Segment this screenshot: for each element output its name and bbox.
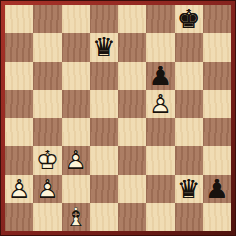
square-h2[interactable]: ♟♟ bbox=[203, 175, 231, 203]
white-pawn[interactable]: ♟♙ bbox=[5, 175, 33, 203]
square-c7[interactable] bbox=[62, 33, 90, 61]
square-g4[interactable] bbox=[175, 118, 203, 146]
square-h6[interactable] bbox=[203, 62, 231, 90]
square-f4[interactable] bbox=[146, 118, 174, 146]
pawn-glyph-outline: ♙ bbox=[36, 176, 59, 202]
white-pawn[interactable]: ♟♙ bbox=[62, 146, 90, 174]
square-a5[interactable] bbox=[5, 90, 33, 118]
king-glyph-outline: ♚ bbox=[177, 6, 200, 32]
square-d2[interactable] bbox=[90, 175, 118, 203]
square-h1[interactable] bbox=[203, 203, 231, 231]
square-h3[interactable] bbox=[203, 146, 231, 174]
white-king[interactable]: ♚♔ bbox=[33, 146, 61, 174]
square-f2[interactable] bbox=[146, 175, 174, 203]
square-a4[interactable] bbox=[5, 118, 33, 146]
bishop-glyph-outline: ♗ bbox=[64, 204, 87, 230]
square-b8[interactable] bbox=[33, 5, 61, 33]
square-b2[interactable]: ♟♙ bbox=[33, 175, 61, 203]
square-a3[interactable] bbox=[5, 146, 33, 174]
square-a2[interactable]: ♟♙ bbox=[5, 175, 33, 203]
square-d4[interactable] bbox=[90, 118, 118, 146]
square-b6[interactable] bbox=[33, 62, 61, 90]
square-e3[interactable] bbox=[118, 146, 146, 174]
square-c1[interactable]: ♝♗ bbox=[62, 203, 90, 231]
square-c2[interactable] bbox=[62, 175, 90, 203]
square-e6[interactable] bbox=[118, 62, 146, 90]
square-e5[interactable] bbox=[118, 90, 146, 118]
queen-glyph-outline: ♛ bbox=[177, 176, 200, 202]
square-b4[interactable] bbox=[33, 118, 61, 146]
square-d1[interactable] bbox=[90, 203, 118, 231]
square-d6[interactable] bbox=[90, 62, 118, 90]
square-g8[interactable]: ♚♚ bbox=[175, 5, 203, 33]
square-e4[interactable] bbox=[118, 118, 146, 146]
square-g5[interactable] bbox=[175, 90, 203, 118]
square-h4[interactable] bbox=[203, 118, 231, 146]
square-f5[interactable]: ♟♙ bbox=[146, 90, 174, 118]
square-a1[interactable] bbox=[5, 203, 33, 231]
square-c4[interactable] bbox=[62, 118, 90, 146]
square-e1[interactable] bbox=[118, 203, 146, 231]
pawn-glyph-outline: ♙ bbox=[7, 176, 30, 202]
square-d3[interactable] bbox=[90, 146, 118, 174]
black-king[interactable]: ♚♚ bbox=[175, 5, 203, 33]
board-frame: ♚♚♛♛♟♟♟♙♚♔♟♙♟♙♟♙♛♛♟♟♝♗ bbox=[0, 0, 236, 236]
white-bishop[interactable]: ♝♗ bbox=[62, 203, 90, 231]
square-b1[interactable] bbox=[33, 203, 61, 231]
square-g7[interactable] bbox=[175, 33, 203, 61]
white-pawn[interactable]: ♟♙ bbox=[33, 175, 61, 203]
chess-board: ♚♚♛♛♟♟♟♙♚♔♟♙♟♙♟♙♛♛♟♟♝♗ bbox=[5, 5, 231, 231]
square-c6[interactable] bbox=[62, 62, 90, 90]
square-e8[interactable] bbox=[118, 5, 146, 33]
square-a7[interactable] bbox=[5, 33, 33, 61]
pawn-glyph-outline: ♟ bbox=[205, 176, 228, 202]
square-d8[interactable] bbox=[90, 5, 118, 33]
queen-glyph-outline: ♛ bbox=[92, 34, 115, 60]
square-g6[interactable] bbox=[175, 62, 203, 90]
pawn-glyph-outline: ♙ bbox=[149, 91, 172, 117]
black-pawn[interactable]: ♟♟ bbox=[203, 175, 231, 203]
square-g2[interactable]: ♛♛ bbox=[175, 175, 203, 203]
square-g3[interactable] bbox=[175, 146, 203, 174]
white-pawn[interactable]: ♟♙ bbox=[146, 90, 174, 118]
square-c8[interactable] bbox=[62, 5, 90, 33]
square-c3[interactable]: ♟♙ bbox=[62, 146, 90, 174]
black-queen[interactable]: ♛♛ bbox=[90, 33, 118, 61]
square-a6[interactable] bbox=[5, 62, 33, 90]
square-g1[interactable] bbox=[175, 203, 203, 231]
square-b7[interactable] bbox=[33, 33, 61, 61]
square-h8[interactable] bbox=[203, 5, 231, 33]
square-c5[interactable] bbox=[62, 90, 90, 118]
pawn-glyph-outline: ♟ bbox=[149, 63, 172, 89]
square-b3[interactable]: ♚♔ bbox=[33, 146, 61, 174]
square-d5[interactable] bbox=[90, 90, 118, 118]
black-queen[interactable]: ♛♛ bbox=[175, 175, 203, 203]
square-f7[interactable] bbox=[146, 33, 174, 61]
square-d7[interactable]: ♛♛ bbox=[90, 33, 118, 61]
square-f6[interactable]: ♟♟ bbox=[146, 62, 174, 90]
square-e7[interactable] bbox=[118, 33, 146, 61]
square-h5[interactable] bbox=[203, 90, 231, 118]
pawn-glyph-outline: ♙ bbox=[64, 147, 87, 173]
king-glyph-outline: ♔ bbox=[36, 147, 59, 173]
square-f3[interactable] bbox=[146, 146, 174, 174]
square-a8[interactable] bbox=[5, 5, 33, 33]
square-b5[interactable] bbox=[33, 90, 61, 118]
black-pawn[interactable]: ♟♟ bbox=[146, 62, 174, 90]
square-h7[interactable] bbox=[203, 33, 231, 61]
square-f1[interactable] bbox=[146, 203, 174, 231]
square-e2[interactable] bbox=[118, 175, 146, 203]
square-f8[interactable] bbox=[146, 5, 174, 33]
